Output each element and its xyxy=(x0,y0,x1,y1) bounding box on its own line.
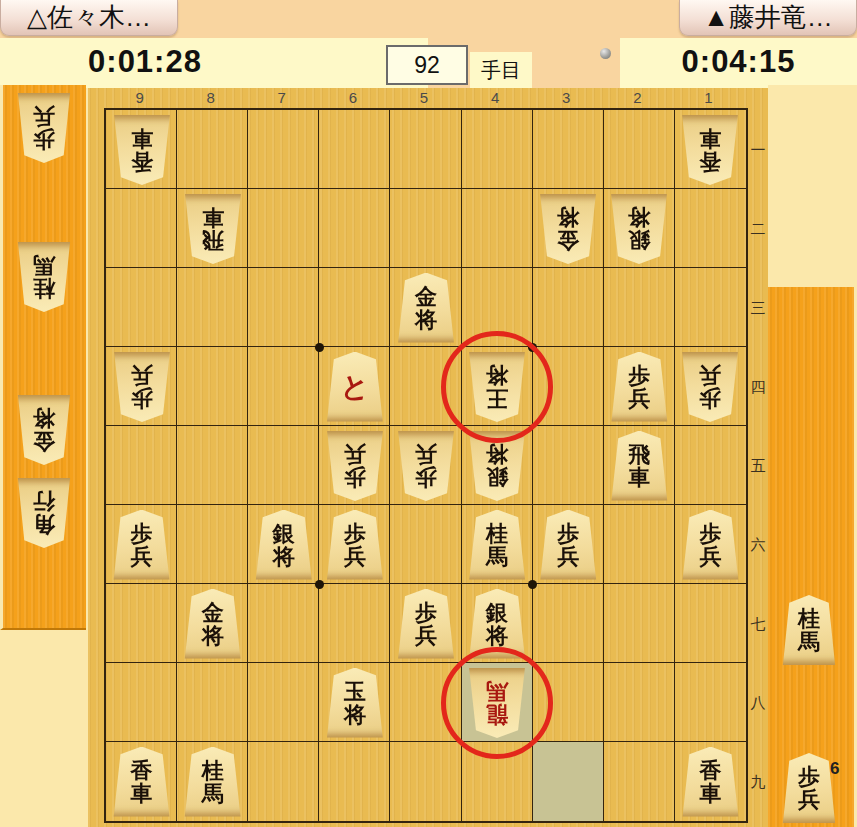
square-3-9[interactable] xyxy=(533,742,604,821)
piece-kanji: 角行 xyxy=(33,490,55,536)
rank-label-8: 八 xyxy=(748,663,768,742)
sente-name: ▲藤井竜… xyxy=(703,0,833,35)
left-lower-panel xyxy=(0,630,86,827)
piece-kanji: 龍馬 xyxy=(486,680,508,726)
square-4-2[interactable] xyxy=(462,189,533,268)
piece-kanji: 歩兵 xyxy=(557,522,579,568)
file-label-8: 8 xyxy=(175,89,246,107)
sente-captured-tray: 桂馬歩兵6 xyxy=(768,287,857,827)
hand-piece-桂馬[interactable]: 桂馬 xyxy=(15,242,73,312)
piece-kanji: 歩兵 xyxy=(415,443,437,489)
hoshi-dot-icon xyxy=(528,343,537,352)
square-9-7[interactable] xyxy=(106,584,177,663)
rank-label-4: 四 xyxy=(748,347,768,426)
square-8-1[interactable] xyxy=(177,110,248,189)
square-7-5[interactable] xyxy=(248,426,319,505)
square-4-3[interactable] xyxy=(462,268,533,347)
piece-kanji: 飛車 xyxy=(628,443,650,489)
piece-kanji: 桂馬 xyxy=(798,607,820,653)
square-9-8[interactable] xyxy=(106,663,177,742)
rank-label-1: 一 xyxy=(748,110,768,189)
square-3-1[interactable] xyxy=(533,110,604,189)
file-label-6: 6 xyxy=(317,89,388,107)
move-counter-input[interactable]: 92 xyxy=(386,45,468,85)
piece-kanji: 玉将 xyxy=(344,680,366,726)
square-2-8[interactable] xyxy=(604,663,675,742)
piece-kanji: 歩兵 xyxy=(131,522,153,568)
square-7-4[interactable] xyxy=(248,347,319,426)
sente-name-plate: ▲藤井竜… xyxy=(679,0,857,36)
square-1-3[interactable] xyxy=(675,268,746,347)
hand-count-badge: 6 xyxy=(830,759,839,779)
square-6-2[interactable] xyxy=(319,189,390,268)
gote-name-plate: △佐々木… xyxy=(0,0,178,36)
rank-label-9: 九 xyxy=(748,742,768,821)
hand-piece-角行[interactable]: 角行 xyxy=(15,478,73,548)
square-8-8[interactable] xyxy=(177,663,248,742)
file-label-9: 9 xyxy=(104,89,175,107)
square-6-9[interactable] xyxy=(319,742,390,821)
piece-kanji: 香車 xyxy=(699,127,721,173)
file-label-2: 2 xyxy=(602,89,673,107)
square-3-4[interactable] xyxy=(533,347,604,426)
file-label-1: 1 xyxy=(673,89,744,107)
square-7-7[interactable] xyxy=(248,584,319,663)
square-3-8[interactable] xyxy=(533,663,604,742)
square-5-9[interactable] xyxy=(390,742,461,821)
square-7-8[interactable] xyxy=(248,663,319,742)
piece-kanji: 歩兵 xyxy=(131,364,153,410)
rank-label-3: 三 xyxy=(748,268,768,347)
piece-kanji: 歩兵 xyxy=(344,522,366,568)
rank-label-2: 二 xyxy=(748,189,768,268)
piece-kanji: 歩兵 xyxy=(33,105,55,151)
piece-kanji: 銀将 xyxy=(486,443,508,489)
square-1-5[interactable] xyxy=(675,426,746,505)
square-8-3[interactable] xyxy=(177,268,248,347)
piece-kanji: 桂馬 xyxy=(33,254,55,300)
piece-kanji: 桂馬 xyxy=(486,522,508,568)
piece-kanji: 歩兵 xyxy=(628,364,650,410)
square-2-9[interactable] xyxy=(604,742,675,821)
piece-kanji: 歩兵 xyxy=(699,522,721,568)
piece-kanji: 銀将 xyxy=(628,206,650,252)
rank-label-6: 六 xyxy=(748,505,768,584)
piece-kanji: と xyxy=(341,372,370,401)
square-6-3[interactable] xyxy=(319,268,390,347)
hoshi-dot-icon xyxy=(528,580,537,589)
hand-piece-金将[interactable]: 金将 xyxy=(15,395,73,465)
square-9-5[interactable] xyxy=(106,426,177,505)
square-5-2[interactable] xyxy=(390,189,461,268)
square-2-7[interactable] xyxy=(604,584,675,663)
piece-kanji: 金将 xyxy=(557,206,579,252)
move-counter-label: 手目 xyxy=(470,52,532,88)
piece-kanji: 金将 xyxy=(415,285,437,331)
square-5-1[interactable] xyxy=(390,110,461,189)
piece-kanji: 歩兵 xyxy=(798,765,820,811)
square-3-3[interactable] xyxy=(533,268,604,347)
square-5-8[interactable] xyxy=(390,663,461,742)
square-7-1[interactable] xyxy=(248,110,319,189)
square-1-2[interactable] xyxy=(675,189,746,268)
gote-captured-tray: 歩兵桂馬金将角行 xyxy=(0,85,86,630)
piece-kanji: 王将 xyxy=(486,364,508,410)
rank-label-7: 七 xyxy=(748,584,768,663)
square-4-9[interactable] xyxy=(462,742,533,821)
square-2-1[interactable] xyxy=(604,110,675,189)
shogi-app: △佐々木… ▲藤井竜… 0:01:28 0:04:15 92 手目 歩兵桂馬金将… xyxy=(0,0,857,827)
piece-kanji: 飛車 xyxy=(202,206,224,252)
piece-kanji: 香車 xyxy=(131,759,153,805)
right-upper-panel xyxy=(768,85,857,287)
square-3-7[interactable] xyxy=(533,584,604,663)
square-3-5[interactable] xyxy=(533,426,604,505)
status-indicator-icon xyxy=(600,48,611,59)
piece-kanji: 香車 xyxy=(131,127,153,173)
piece-kanji: 金将 xyxy=(202,601,224,647)
hoshi-dot-icon xyxy=(315,343,324,352)
piece-kanji: 歩兵 xyxy=(699,364,721,410)
piece-kanji: 歩兵 xyxy=(415,601,437,647)
gote-clock: 0:01:28 xyxy=(0,44,290,88)
square-1-7[interactable] xyxy=(675,584,746,663)
square-1-8[interactable] xyxy=(675,663,746,742)
square-6-7[interactable] xyxy=(319,584,390,663)
shogi-board: 987654321一二三四五六七八九香車香車飛車金将銀将金将歩兵と王将歩兵歩兵歩… xyxy=(88,88,768,827)
piece-kanji: 桂馬 xyxy=(202,759,224,805)
hand-piece-桂馬[interactable]: 桂馬 xyxy=(780,595,838,665)
hand-piece-歩兵[interactable]: 歩兵 xyxy=(15,93,73,163)
file-label-3: 3 xyxy=(531,89,602,107)
gote-name: △佐々木… xyxy=(27,0,151,35)
square-5-4[interactable] xyxy=(390,347,461,426)
file-label-4: 4 xyxy=(460,89,531,107)
square-7-3[interactable] xyxy=(248,268,319,347)
rank-label-5: 五 xyxy=(748,426,768,505)
hoshi-dot-icon xyxy=(315,580,324,589)
file-label-5: 5 xyxy=(388,89,459,107)
sente-clock: 0:04:15 xyxy=(620,44,857,88)
square-9-3[interactable] xyxy=(106,268,177,347)
piece-kanji: 銀将 xyxy=(486,601,508,647)
square-8-5[interactable] xyxy=(177,426,248,505)
square-7-2[interactable] xyxy=(248,189,319,268)
square-2-3[interactable] xyxy=(604,268,675,347)
piece-kanji: 銀将 xyxy=(273,522,295,568)
square-4-1[interactable] xyxy=(462,110,533,189)
square-8-6[interactable] xyxy=(177,505,248,584)
square-5-6[interactable] xyxy=(390,505,461,584)
square-2-6[interactable] xyxy=(604,505,675,584)
piece-kanji: 歩兵 xyxy=(344,443,366,489)
square-6-1[interactable] xyxy=(319,110,390,189)
piece-kanji: 香車 xyxy=(699,759,721,805)
file-label-7: 7 xyxy=(246,89,317,107)
piece-kanji: 金将 xyxy=(33,407,55,453)
header-bar: △佐々木… ▲藤井竜… 0:01:28 0:04:15 92 手目 xyxy=(0,0,857,88)
square-9-2[interactable] xyxy=(106,189,177,268)
square-8-4[interactable] xyxy=(177,347,248,426)
square-7-9[interactable] xyxy=(248,742,319,821)
